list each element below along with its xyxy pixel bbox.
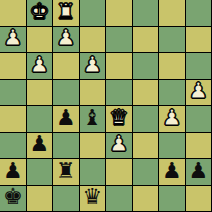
- white-pawn: ♟: [3, 27, 23, 49]
- square-h5[interactable]: ♟: [186, 80, 212, 106]
- square-d8[interactable]: [80, 0, 106, 26]
- square-g4[interactable]: ♟: [159, 106, 185, 132]
- square-c8[interactable]: ♜: [53, 0, 79, 26]
- square-a6[interactable]: [0, 53, 26, 79]
- black-pawn: ♟: [56, 107, 76, 129]
- square-f5[interactable]: [133, 80, 159, 106]
- black-king: ♚: [3, 186, 23, 208]
- square-f2[interactable]: [133, 159, 159, 185]
- square-e7[interactable]: [106, 27, 132, 53]
- square-g7[interactable]: [159, 27, 185, 53]
- black-pawn: ♟: [29, 133, 49, 155]
- square-a1[interactable]: ♚: [0, 186, 26, 212]
- square-h6[interactable]: [186, 53, 212, 79]
- square-g2[interactable]: ♟: [159, 159, 185, 185]
- square-f6[interactable]: [133, 53, 159, 79]
- square-f1[interactable]: [133, 186, 159, 212]
- square-d3[interactable]: [80, 133, 106, 159]
- black-bishop: ♝: [82, 107, 102, 129]
- black-queen: ♛: [82, 186, 102, 208]
- square-a8[interactable]: [0, 0, 26, 26]
- square-e6[interactable]: [106, 53, 132, 79]
- square-b5[interactable]: [27, 80, 53, 106]
- square-d7[interactable]: [80, 27, 106, 53]
- square-b1[interactable]: [27, 186, 53, 212]
- square-e3[interactable]: ♟: [106, 133, 132, 159]
- square-f3[interactable]: [133, 133, 159, 159]
- square-b3[interactable]: ♟: [27, 133, 53, 159]
- square-a3[interactable]: [0, 133, 26, 159]
- black-pawn: ♟: [3, 160, 23, 182]
- white-rook: ♜: [56, 1, 76, 23]
- square-d6[interactable]: ♟: [80, 53, 106, 79]
- square-b2[interactable]: [27, 159, 53, 185]
- square-e8[interactable]: [106, 0, 132, 26]
- square-c6[interactable]: [53, 53, 79, 79]
- chess-board-window: ♚♜♟♟♟♟♟♟♝♛♟♟♟♟♜♟♟♚♛: [0, 0, 211, 211]
- square-d5[interactable]: [80, 80, 106, 106]
- square-a4[interactable]: [0, 106, 26, 132]
- square-e4[interactable]: ♛: [106, 106, 132, 132]
- square-h3[interactable]: [186, 133, 212, 159]
- white-king: ♚: [29, 1, 49, 23]
- white-pawn: ♟: [162, 107, 182, 129]
- square-h8[interactable]: [186, 0, 212, 26]
- square-d1[interactable]: ♛: [80, 186, 106, 212]
- square-a5[interactable]: [0, 80, 26, 106]
- square-c2[interactable]: ♜: [53, 159, 79, 185]
- white-pawn: ♟: [188, 80, 208, 102]
- square-e5[interactable]: [106, 80, 132, 106]
- square-f7[interactable]: [133, 27, 159, 53]
- black-pawn: ♟: [162, 160, 182, 182]
- square-b4[interactable]: [27, 106, 53, 132]
- square-b6[interactable]: ♟: [27, 53, 53, 79]
- square-g3[interactable]: [159, 133, 185, 159]
- square-d2[interactable]: [80, 159, 106, 185]
- square-e1[interactable]: [106, 186, 132, 212]
- square-g1[interactable]: [159, 186, 185, 212]
- square-f4[interactable]: [133, 106, 159, 132]
- white-queen: ♛: [109, 107, 129, 129]
- square-g5[interactable]: [159, 80, 185, 106]
- square-h4[interactable]: [186, 106, 212, 132]
- square-c7[interactable]: ♟: [53, 27, 79, 53]
- black-rook: ♜: [56, 160, 76, 182]
- white-pawn: ♟: [82, 54, 102, 76]
- square-d4[interactable]: ♝: [80, 106, 106, 132]
- white-pawn: ♟: [109, 133, 129, 155]
- square-h1[interactable]: [186, 186, 212, 212]
- square-a7[interactable]: ♟: [0, 27, 26, 53]
- chess-board: ♚♜♟♟♟♟♟♟♝♛♟♟♟♟♜♟♟♚♛: [0, 0, 211, 211]
- square-h2[interactable]: ♟: [186, 159, 212, 185]
- white-pawn: ♟: [29, 54, 49, 76]
- white-pawn: ♟: [56, 27, 76, 49]
- square-b8[interactable]: ♚: [27, 0, 53, 26]
- square-f8[interactable]: [133, 0, 159, 26]
- square-c5[interactable]: [53, 80, 79, 106]
- black-pawn: ♟: [188, 160, 208, 182]
- square-b7[interactable]: [27, 27, 53, 53]
- square-c4[interactable]: ♟: [53, 106, 79, 132]
- square-c3[interactable]: [53, 133, 79, 159]
- square-g6[interactable]: [159, 53, 185, 79]
- square-h7[interactable]: [186, 27, 212, 53]
- square-c1[interactable]: [53, 186, 79, 212]
- square-a2[interactable]: ♟: [0, 159, 26, 185]
- square-g8[interactable]: [159, 0, 185, 26]
- square-e2[interactable]: [106, 159, 132, 185]
